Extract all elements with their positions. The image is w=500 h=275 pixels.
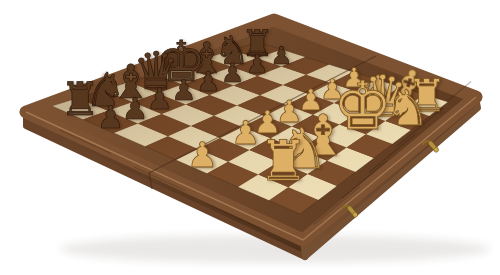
- piece-white-p-a4: ♟: [187, 135, 218, 175]
- piece-black-p-e7: ♟: [196, 66, 220, 97]
- piece-black-p-d7: ♟: [171, 74, 196, 107]
- folding-chessboard-scene: ♜♟♞♝♟♚♟♟♛♟♟♝♟♟♝♞♟♟♜♜♛♟♟♞♟♚♟♟♝♟♞♜: [0, 0, 500, 275]
- piece-black-p-b7: ♟: [122, 91, 149, 126]
- piece-black-p-c7: ♟: [146, 82, 172, 116]
- piece-black-p-f7: ♟: [221, 58, 245, 88]
- chess-set-product-photo: ♜♟♞♝♟♚♟♟♛♟♟♝♟♟♝♞♟♟♜♜♛♟♟♞♟♚♟♟♝♟♞♜: [0, 0, 500, 275]
- piece-black-p-h7: ♟: [270, 41, 292, 70]
- piece-black-p-a7: ♟: [97, 99, 125, 135]
- piece-white-p-c4: ♟: [231, 114, 260, 152]
- piece-black-p-g7: ♟: [246, 49, 269, 79]
- piece-black-r-a8: ♜: [60, 73, 101, 126]
- piece-white-r-b2: ♜: [258, 128, 308, 193]
